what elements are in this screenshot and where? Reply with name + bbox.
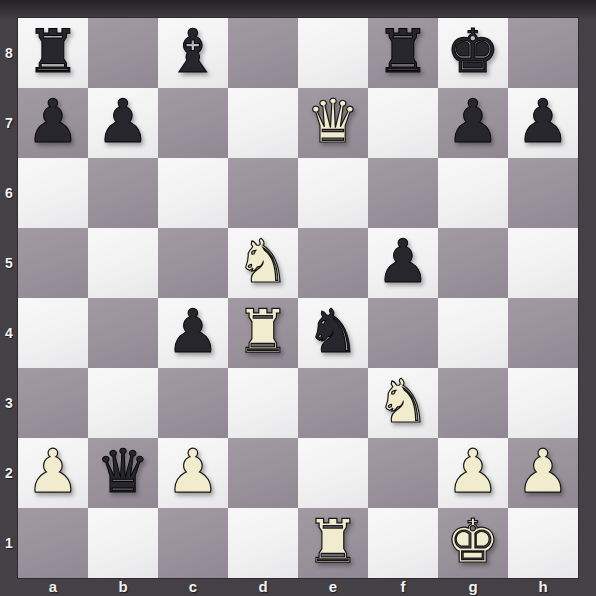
square-e8[interactable]: [298, 18, 368, 88]
square-f8[interactable]: ♜: [368, 18, 438, 88]
rank-label-4: 4: [0, 298, 18, 368]
square-g6[interactable]: [438, 158, 508, 228]
file-label-b: b: [88, 577, 158, 596]
white-pawn[interactable]: ♟: [516, 441, 570, 501]
square-c7[interactable]: [158, 88, 228, 158]
black-pawn[interactable]: ♟: [166, 301, 220, 361]
square-a1[interactable]: [18, 508, 88, 578]
square-h4[interactable]: [508, 298, 578, 368]
chess-diagram-frame: 87654321 ♜♝♜♚♟♟♛♟♟♞♟♟♜♞♞♟♛♟♟♟♜♚ abcdefgh: [0, 0, 596, 596]
square-e3[interactable]: [298, 368, 368, 438]
square-a8[interactable]: ♜: [18, 18, 88, 88]
white-king[interactable]: ♚: [446, 511, 500, 571]
square-g8[interactable]: ♚: [438, 18, 508, 88]
square-g7[interactable]: ♟: [438, 88, 508, 158]
file-label-d: d: [228, 577, 298, 596]
square-a3[interactable]: [18, 368, 88, 438]
square-d7[interactable]: [228, 88, 298, 158]
square-c4[interactable]: ♟: [158, 298, 228, 368]
white-knight[interactable]: ♞: [236, 231, 290, 291]
square-d8[interactable]: [228, 18, 298, 88]
black-queen[interactable]: ♛: [96, 441, 150, 501]
square-f6[interactable]: [368, 158, 438, 228]
square-a7[interactable]: ♟: [18, 88, 88, 158]
rank-label-7: 7: [0, 88, 18, 158]
square-d1[interactable]: [228, 508, 298, 578]
file-label-f: f: [368, 577, 438, 596]
square-b6[interactable]: [88, 158, 158, 228]
square-g1[interactable]: ♚: [438, 508, 508, 578]
square-e2[interactable]: [298, 438, 368, 508]
square-h6[interactable]: [508, 158, 578, 228]
square-d5[interactable]: ♞: [228, 228, 298, 298]
square-d6[interactable]: [228, 158, 298, 228]
square-f1[interactable]: [368, 508, 438, 578]
rank-label-3: 3: [0, 368, 18, 438]
square-g5[interactable]: [438, 228, 508, 298]
black-pawn[interactable]: ♟: [516, 91, 570, 151]
square-b1[interactable]: [88, 508, 158, 578]
square-e5[interactable]: [298, 228, 368, 298]
square-c1[interactable]: [158, 508, 228, 578]
file-labels: abcdefgh: [18, 577, 578, 596]
rank-labels: 87654321: [0, 18, 18, 578]
square-h3[interactable]: [508, 368, 578, 438]
square-h8[interactable]: [508, 18, 578, 88]
black-pawn[interactable]: ♟: [446, 91, 500, 151]
square-f4[interactable]: [368, 298, 438, 368]
chess-board: ♜♝♜♚♟♟♛♟♟♞♟♟♜♞♞♟♛♟♟♟♜♚: [18, 18, 578, 578]
black-rook[interactable]: ♜: [376, 21, 430, 81]
square-e6[interactable]: [298, 158, 368, 228]
square-a4[interactable]: [18, 298, 88, 368]
black-pawn[interactable]: ♟: [376, 231, 430, 291]
square-c8[interactable]: ♝: [158, 18, 228, 88]
square-f2[interactable]: [368, 438, 438, 508]
white-rook[interactable]: ♜: [236, 301, 290, 361]
square-e4[interactable]: ♞: [298, 298, 368, 368]
file-label-g: g: [438, 577, 508, 596]
square-b3[interactable]: [88, 368, 158, 438]
square-b5[interactable]: [88, 228, 158, 298]
rank-label-6: 6: [0, 158, 18, 228]
square-b8[interactable]: [88, 18, 158, 88]
square-a6[interactable]: [18, 158, 88, 228]
square-c2[interactable]: ♟: [158, 438, 228, 508]
square-g3[interactable]: [438, 368, 508, 438]
square-b7[interactable]: ♟: [88, 88, 158, 158]
rank-label-2: 2: [0, 438, 18, 508]
square-b4[interactable]: [88, 298, 158, 368]
square-g4[interactable]: [438, 298, 508, 368]
square-d4[interactable]: ♜: [228, 298, 298, 368]
square-h1[interactable]: [508, 508, 578, 578]
square-c6[interactable]: [158, 158, 228, 228]
black-bishop[interactable]: ♝: [166, 21, 220, 81]
white-pawn[interactable]: ♟: [446, 441, 500, 501]
square-d3[interactable]: [228, 368, 298, 438]
square-f7[interactable]: [368, 88, 438, 158]
square-f5[interactable]: ♟: [368, 228, 438, 298]
square-b2[interactable]: ♛: [88, 438, 158, 508]
rank-label-1: 1: [0, 508, 18, 578]
square-c3[interactable]: [158, 368, 228, 438]
black-knight[interactable]: ♞: [306, 301, 360, 361]
white-queen[interactable]: ♛: [306, 91, 360, 151]
square-e7[interactable]: ♛: [298, 88, 368, 158]
rank-label-8: 8: [0, 18, 18, 88]
square-d2[interactable]: [228, 438, 298, 508]
rank-label-5: 5: [0, 228, 18, 298]
file-label-c: c: [158, 577, 228, 596]
white-knight[interactable]: ♞: [376, 371, 430, 431]
white-pawn[interactable]: ♟: [166, 441, 220, 501]
square-h2[interactable]: ♟: [508, 438, 578, 508]
square-a2[interactable]: ♟: [18, 438, 88, 508]
square-c5[interactable]: [158, 228, 228, 298]
black-rook[interactable]: ♜: [26, 21, 80, 81]
square-f3[interactable]: ♞: [368, 368, 438, 438]
black-pawn[interactable]: ♟: [96, 91, 150, 151]
file-label-h: h: [508, 577, 578, 596]
white-pawn[interactable]: ♟: [26, 441, 80, 501]
black-king[interactable]: ♚: [446, 21, 500, 81]
file-label-a: a: [18, 577, 88, 596]
white-rook[interactable]: ♜: [306, 511, 360, 571]
square-h7[interactable]: ♟: [508, 88, 578, 158]
square-e1[interactable]: ♜: [298, 508, 368, 578]
square-a5[interactable]: [18, 228, 88, 298]
black-pawn[interactable]: ♟: [26, 91, 80, 151]
square-h5[interactable]: [508, 228, 578, 298]
file-label-e: e: [298, 577, 368, 596]
square-g2[interactable]: ♟: [438, 438, 508, 508]
